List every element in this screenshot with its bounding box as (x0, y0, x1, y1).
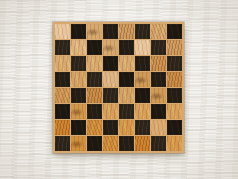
square-a6 (55, 56, 70, 71)
square-b4 (71, 88, 86, 103)
square-d7 (103, 40, 118, 55)
square-g2 (151, 120, 166, 135)
square-c8 (87, 24, 102, 39)
square-e8 (119, 24, 134, 39)
square-e2 (119, 120, 134, 135)
square-f5 (135, 72, 150, 87)
square-f1 (135, 136, 150, 151)
square-g5 (151, 72, 166, 87)
square-d2 (103, 120, 118, 135)
square-d5 (103, 72, 118, 87)
square-a7 (55, 40, 70, 55)
square-c6 (87, 56, 102, 71)
square-a5 (55, 72, 70, 87)
square-f2 (135, 120, 150, 135)
square-c5 (87, 72, 102, 87)
square-b7 (71, 40, 86, 55)
square-h1 (167, 136, 182, 151)
square-d6 (103, 56, 118, 71)
square-g4 (151, 88, 166, 103)
square-f3 (135, 104, 150, 119)
square-c3 (87, 104, 102, 119)
square-b8 (71, 24, 86, 39)
photo-background (0, 0, 238, 179)
square-g6 (151, 56, 166, 71)
square-a3 (55, 104, 70, 119)
square-b1 (71, 136, 86, 151)
square-d8 (103, 24, 118, 39)
square-b6 (71, 56, 86, 71)
square-a2 (55, 120, 70, 135)
square-h4 (167, 88, 182, 103)
square-h5 (167, 72, 182, 87)
square-c1 (87, 136, 102, 151)
square-a1 (55, 136, 70, 151)
square-e6 (119, 56, 134, 71)
square-g7 (151, 40, 166, 55)
square-b2 (71, 120, 86, 135)
square-f7 (135, 40, 150, 55)
square-h8 (167, 24, 182, 39)
square-h6 (167, 56, 182, 71)
square-g1 (151, 136, 166, 151)
square-c7 (87, 40, 102, 55)
square-b5 (71, 72, 86, 87)
square-h2 (167, 120, 182, 135)
square-h3 (167, 104, 182, 119)
square-d3 (103, 104, 118, 119)
square-b3 (71, 104, 86, 119)
square-d4 (103, 88, 118, 103)
chessboard (53, 22, 184, 153)
square-g8 (151, 24, 166, 39)
square-e3 (119, 104, 134, 119)
square-d1 (103, 136, 118, 151)
square-h7 (167, 40, 182, 55)
square-e7 (119, 40, 134, 55)
square-c4 (87, 88, 102, 103)
square-e1 (119, 136, 134, 151)
square-a8 (55, 24, 70, 39)
square-f6 (135, 56, 150, 71)
square-e5 (119, 72, 134, 87)
square-e4 (119, 88, 134, 103)
square-c2 (87, 120, 102, 135)
square-g3 (151, 104, 166, 119)
square-f4 (135, 88, 150, 103)
square-a4 (55, 88, 70, 103)
square-f8 (135, 24, 150, 39)
